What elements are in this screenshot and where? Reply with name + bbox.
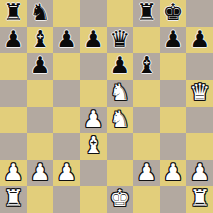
square-e4[interactable]: ♞	[107, 107, 134, 134]
square-c2[interactable]: ♟	[53, 160, 80, 187]
square-d1[interactable]	[80, 186, 107, 213]
black-rook: ♜	[3, 0, 24, 26]
square-a3[interactable]	[0, 133, 27, 160]
square-a7[interactable]: ♟	[0, 27, 27, 54]
square-b7[interactable]: ♝	[27, 27, 54, 54]
black-rook: ♜	[136, 0, 157, 26]
white-knight: ♞	[110, 107, 131, 133]
square-a6[interactable]	[0, 53, 27, 80]
square-e8[interactable]	[107, 0, 134, 27]
square-d3[interactable]: ♝	[80, 133, 107, 160]
black-pawn: ♟	[189, 27, 210, 53]
black-knight: ♞	[30, 0, 51, 26]
square-h6[interactable]	[186, 53, 213, 80]
square-e3[interactable]	[107, 133, 134, 160]
square-c5[interactable]	[53, 80, 80, 107]
white-pawn: ♟	[136, 160, 157, 186]
square-f8[interactable]: ♜	[133, 0, 160, 27]
square-e2[interactable]	[107, 160, 134, 187]
square-h8[interactable]	[186, 0, 213, 27]
square-d6[interactable]	[80, 53, 107, 80]
square-f5[interactable]	[133, 80, 160, 107]
black-pawn: ♟	[163, 27, 184, 53]
square-b1[interactable]	[27, 186, 54, 213]
black-pawn: ♟	[3, 27, 24, 53]
square-c4[interactable]	[53, 107, 80, 134]
black-king: ♚	[163, 0, 184, 26]
square-c7[interactable]: ♟	[53, 27, 80, 54]
square-b6[interactable]: ♟	[27, 53, 54, 80]
white-queen: ♛	[189, 80, 210, 106]
square-g4[interactable]	[160, 107, 187, 134]
square-g8[interactable]: ♚	[160, 0, 187, 27]
square-e1[interactable]: ♚	[107, 186, 134, 213]
square-f6[interactable]: ♝	[133, 53, 160, 80]
white-pawn: ♟	[189, 160, 210, 186]
white-knight: ♞	[110, 80, 131, 106]
white-bishop: ♝	[83, 133, 104, 159]
square-d2[interactable]	[80, 160, 107, 187]
square-b8[interactable]: ♞	[27, 0, 54, 27]
square-d5[interactable]	[80, 80, 107, 107]
square-h3[interactable]	[186, 133, 213, 160]
square-d7[interactable]: ♟	[80, 27, 107, 54]
white-pawn: ♟	[56, 160, 77, 186]
square-a5[interactable]	[0, 80, 27, 107]
square-h4[interactable]	[186, 107, 213, 134]
square-a2[interactable]: ♟	[0, 160, 27, 187]
square-c3[interactable]	[53, 133, 80, 160]
square-c1[interactable]	[53, 186, 80, 213]
square-e7[interactable]: ♛	[107, 27, 134, 54]
square-d4[interactable]: ♟	[80, 107, 107, 134]
chess-board: ♜♞♜♚♟♝♟♟♛♟♟♟♟♝♞♛♟♞♝♟♟♟♟♟♟♜♚♜	[0, 0, 213, 213]
square-f4[interactable]	[133, 107, 160, 134]
square-h2[interactable]: ♟	[186, 160, 213, 187]
square-b4[interactable]	[27, 107, 54, 134]
black-queen: ♛	[110, 27, 131, 53]
square-d8[interactable]	[80, 0, 107, 27]
square-e6[interactable]: ♟	[107, 53, 134, 80]
white-king: ♚	[110, 186, 131, 212]
square-a1[interactable]: ♜	[0, 186, 27, 213]
square-g3[interactable]	[160, 133, 187, 160]
square-f7[interactable]	[133, 27, 160, 54]
square-e5[interactable]: ♞	[107, 80, 134, 107]
square-g5[interactable]	[160, 80, 187, 107]
square-g1[interactable]	[160, 186, 187, 213]
black-bishop: ♝	[136, 53, 157, 79]
square-a4[interactable]	[0, 107, 27, 134]
square-f1[interactable]	[133, 186, 160, 213]
white-pawn: ♟	[30, 160, 51, 186]
square-c6[interactable]	[53, 53, 80, 80]
square-g2[interactable]: ♟	[160, 160, 187, 187]
square-g7[interactable]: ♟	[160, 27, 187, 54]
square-f3[interactable]	[133, 133, 160, 160]
square-c8[interactable]	[53, 0, 80, 27]
square-g6[interactable]	[160, 53, 187, 80]
square-b3[interactable]	[27, 133, 54, 160]
square-h1[interactable]: ♜	[186, 186, 213, 213]
black-pawn: ♟	[30, 53, 51, 79]
white-pawn: ♟	[3, 160, 24, 186]
square-b2[interactable]: ♟	[27, 160, 54, 187]
white-pawn: ♟	[163, 160, 184, 186]
square-f2[interactable]: ♟	[133, 160, 160, 187]
square-b5[interactable]	[27, 80, 54, 107]
black-pawn: ♟	[83, 27, 104, 53]
white-rook: ♜	[189, 186, 210, 212]
black-bishop: ♝	[30, 27, 51, 53]
square-h5[interactable]: ♛	[186, 80, 213, 107]
black-pawn: ♟	[56, 27, 77, 53]
white-pawn: ♟	[83, 107, 104, 133]
white-rook: ♜	[3, 186, 24, 212]
black-pawn: ♟	[110, 53, 131, 79]
square-h7[interactable]: ♟	[186, 27, 213, 54]
square-a8[interactable]: ♜	[0, 0, 27, 27]
